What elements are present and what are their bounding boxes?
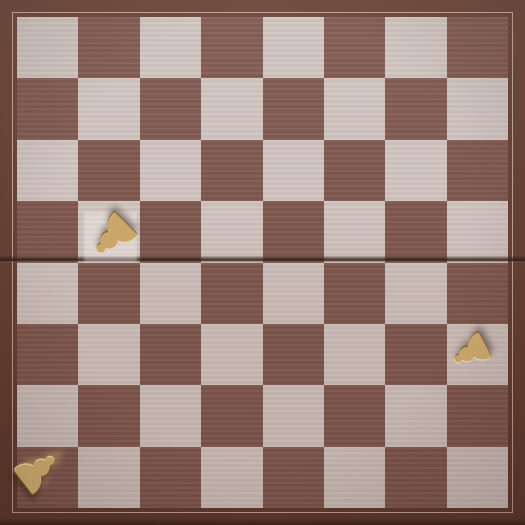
piece-layer: ♟♟♟♟: [0, 0, 525, 525]
pawn-glyph: ♟: [440, 323, 500, 381]
pawn-glyph: ♟: [77, 200, 149, 272]
chessboard-photo: ♟♟♟♟: [0, 0, 525, 525]
